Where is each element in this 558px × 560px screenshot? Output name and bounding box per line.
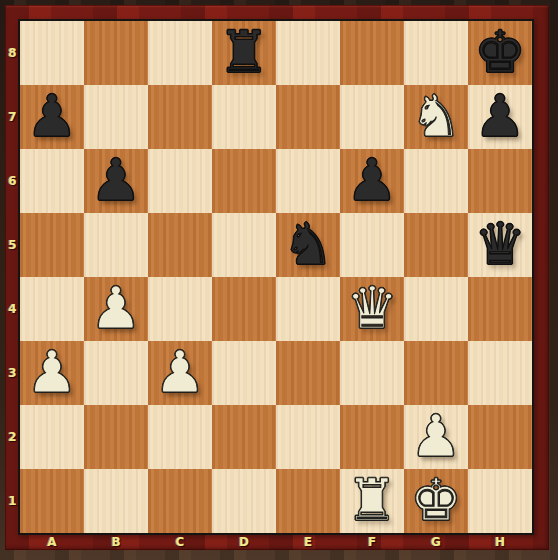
square-g8[interactable] (404, 21, 468, 85)
square-g6[interactable] (404, 149, 468, 213)
file-label-d: D (212, 533, 276, 550)
square-e8[interactable] (276, 21, 340, 85)
file-label-text: E (304, 535, 312, 549)
square-f2[interactable] (340, 405, 404, 469)
square-b2[interactable] (84, 405, 148, 469)
rank-label-7: 7 (5, 85, 20, 149)
square-d7[interactable] (212, 85, 276, 149)
white-pawn[interactable]: ♟ (148, 341, 212, 405)
rank-label-text: 7 (8, 110, 16, 124)
square-d3[interactable] (212, 341, 276, 405)
square-g2[interactable]: ♟ (404, 405, 468, 469)
black-knight[interactable]: ♞ (276, 213, 340, 277)
square-a3[interactable]: ♟ (20, 341, 84, 405)
square-d4[interactable] (212, 277, 276, 341)
white-pawn[interactable]: ♟ (20, 341, 84, 405)
file-label-a: A (20, 533, 84, 550)
black-queen[interactable]: ♛ (468, 213, 532, 277)
file-label-g: G (404, 533, 468, 550)
file-label-text: A (47, 535, 56, 549)
square-e1[interactable] (276, 469, 340, 533)
square-a8[interactable] (20, 21, 84, 85)
square-g5[interactable] (404, 213, 468, 277)
square-d1[interactable] (212, 469, 276, 533)
square-h1[interactable] (468, 469, 532, 533)
rank-label-text: 4 (8, 302, 16, 316)
square-e6[interactable] (276, 149, 340, 213)
chess-board: ♜♚♟♞♟♟♟♞♛♟♛♟♟♟♜♚ (18, 19, 534, 535)
square-g1[interactable]: ♚ (404, 469, 468, 533)
square-f4[interactable]: ♛ (340, 277, 404, 341)
file-label-text: G (431, 535, 441, 549)
square-f6[interactable]: ♟ (340, 149, 404, 213)
file-label-b: B (84, 533, 148, 550)
square-e2[interactable] (276, 405, 340, 469)
square-a2[interactable] (20, 405, 84, 469)
black-pawn[interactable]: ♟ (340, 149, 404, 213)
square-c4[interactable] (148, 277, 212, 341)
white-king[interactable]: ♚ (404, 469, 468, 533)
square-f3[interactable] (340, 341, 404, 405)
rank-label-8: 8 (5, 21, 20, 85)
square-e7[interactable] (276, 85, 340, 149)
square-e3[interactable] (276, 341, 340, 405)
file-label-text: C (176, 535, 185, 549)
white-pawn[interactable]: ♟ (404, 405, 468, 469)
square-h5[interactable]: ♛ (468, 213, 532, 277)
square-a1[interactable] (20, 469, 84, 533)
white-queen[interactable]: ♛ (340, 277, 404, 341)
black-pawn[interactable]: ♟ (84, 149, 148, 213)
file-label-text: B (111, 535, 120, 549)
rank-label-text: 6 (8, 174, 16, 188)
white-rook[interactable]: ♜ (340, 469, 404, 533)
file-labels: ABCDEFGH (20, 533, 532, 550)
square-d5[interactable] (212, 213, 276, 277)
square-g3[interactable] (404, 341, 468, 405)
square-f8[interactable] (340, 21, 404, 85)
file-label-c: C (148, 533, 212, 550)
square-d6[interactable] (212, 149, 276, 213)
square-c2[interactable] (148, 405, 212, 469)
file-label-f: F (340, 533, 404, 550)
rank-label-4: 4 (5, 277, 20, 341)
square-a5[interactable] (20, 213, 84, 277)
square-g4[interactable] (404, 277, 468, 341)
square-b7[interactable] (84, 85, 148, 149)
file-label-e: E (276, 533, 340, 550)
square-h8[interactable]: ♚ (468, 21, 532, 85)
rank-label-text: 8 (8, 46, 16, 60)
rank-label-5: 5 (5, 213, 20, 277)
square-h6[interactable] (468, 149, 532, 213)
square-d2[interactable] (212, 405, 276, 469)
square-c6[interactable] (148, 149, 212, 213)
square-b5[interactable] (84, 213, 148, 277)
file-label-h: H (468, 533, 532, 550)
rank-label-text: 3 (8, 366, 16, 380)
square-c7[interactable] (148, 85, 212, 149)
rank-label-6: 6 (5, 149, 20, 213)
square-a7[interactable]: ♟ (20, 85, 84, 149)
square-c1[interactable] (148, 469, 212, 533)
square-h3[interactable] (468, 341, 532, 405)
rank-label-text: 1 (8, 494, 16, 508)
square-h4[interactable] (468, 277, 532, 341)
black-pawn[interactable]: ♟ (468, 85, 532, 149)
square-f1[interactable]: ♜ (340, 469, 404, 533)
rank-label-3: 3 (5, 341, 20, 405)
square-c5[interactable] (148, 213, 212, 277)
black-pawn[interactable]: ♟ (20, 85, 84, 149)
rank-label-text: 2 (8, 430, 16, 444)
rank-label-2: 2 (5, 405, 20, 469)
square-g7[interactable]: ♞ (404, 85, 468, 149)
rank-label-1: 1 (5, 469, 20, 533)
square-d8[interactable]: ♜ (212, 21, 276, 85)
square-e4[interactable] (276, 277, 340, 341)
square-c3[interactable]: ♟ (148, 341, 212, 405)
black-rook[interactable]: ♜ (212, 21, 276, 85)
white-pawn[interactable]: ♟ (84, 277, 148, 341)
square-b8[interactable] (84, 21, 148, 85)
square-b6[interactable]: ♟ (84, 149, 148, 213)
file-label-text: D (239, 535, 249, 549)
square-h2[interactable] (468, 405, 532, 469)
square-f5[interactable] (340, 213, 404, 277)
white-knight[interactable]: ♞ (404, 85, 468, 149)
file-label-text: F (368, 535, 376, 549)
file-label-text: H (495, 535, 505, 549)
rank-label-text: 5 (8, 238, 16, 252)
square-a4[interactable] (20, 277, 84, 341)
square-c8[interactable] (148, 21, 212, 85)
square-h7[interactable]: ♟ (468, 85, 532, 149)
square-b4[interactable]: ♟ (84, 277, 148, 341)
square-a6[interactable] (20, 149, 84, 213)
square-e5[interactable]: ♞ (276, 213, 340, 277)
square-b3[interactable] (84, 341, 148, 405)
rank-labels: 87654321 (5, 21, 20, 533)
square-f7[interactable] (340, 85, 404, 149)
black-king[interactable]: ♚ (468, 21, 532, 85)
square-b1[interactable] (84, 469, 148, 533)
